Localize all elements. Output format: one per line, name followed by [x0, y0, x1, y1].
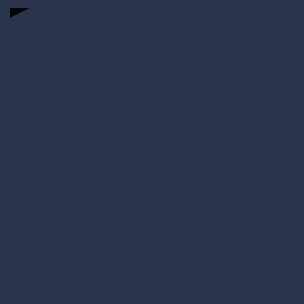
chessboard-frame — [0, 0, 304, 304]
chessboard — [10, 8, 298, 296]
